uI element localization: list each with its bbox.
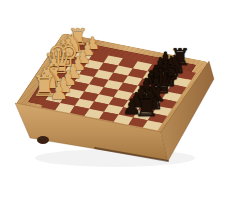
pieces-layer: ♜♟♟♜♞♟♟♞♝♟♟♝♚♟♟♚♛♟♟♛♝♟♟♝♞♟♟♞♜♟♟♜ — [0, 0, 225, 200]
black-rook-a8[interactable]: ♜ — [133, 92, 159, 121]
white-pawn-a2[interactable]: ♟ — [49, 81, 68, 102]
chess-set-photo: ♜♟♟♜♞♟♟♞♝♟♟♝♚♟♟♚♛♟♟♛♝♟♟♝♞♟♟♞♜♟♟♜ — [0, 0, 225, 200]
